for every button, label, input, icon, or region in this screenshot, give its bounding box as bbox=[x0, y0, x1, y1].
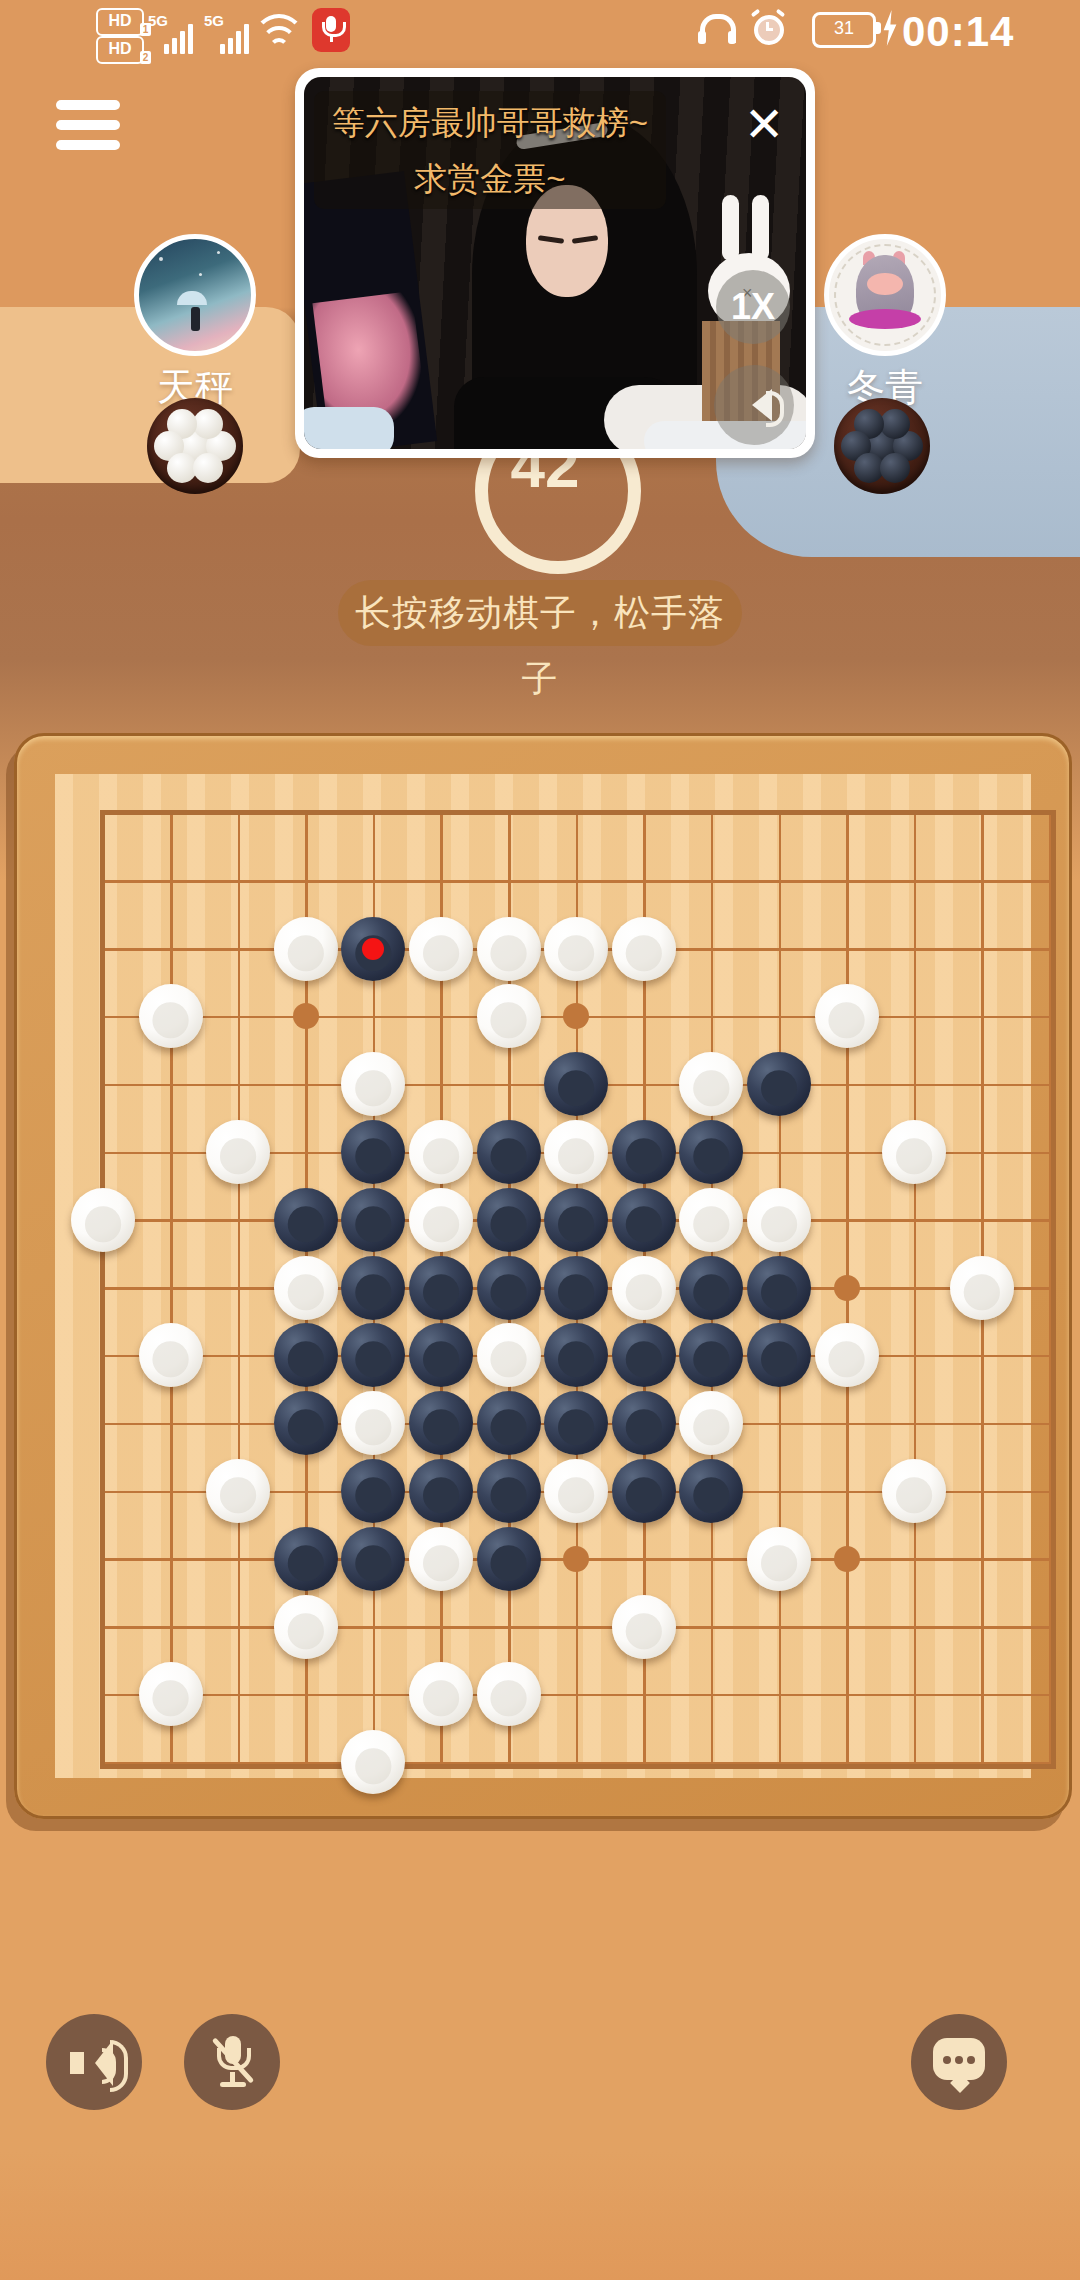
stone-white[interactable]: ● bbox=[477, 1662, 541, 1726]
black-stone-bowl bbox=[834, 398, 930, 494]
stone-white[interactable]: ● bbox=[544, 917, 608, 981]
board-grid: ●●●●●●●●●●●●●●●●●●●●●●●●●●●●●●●●●●●●●●●●… bbox=[103, 813, 1049, 1762]
white-stone-bowl bbox=[147, 398, 243, 494]
gomoku-board[interactable]: ●●●●●●●●●●●●●●●●●●●●●●●●●●●●●●●●●●●●●●●●… bbox=[14, 733, 1072, 1819]
speaker-button[interactable] bbox=[46, 2014, 142, 2110]
stone-white[interactable]: ● bbox=[206, 1120, 270, 1184]
signal-icon: 5G bbox=[204, 18, 256, 54]
stone-black[interactable]: ● bbox=[477, 1527, 541, 1591]
hint-banner: 长按移动棋子，松手落子 bbox=[338, 580, 742, 646]
rabbit-ear bbox=[752, 195, 769, 261]
last-move-marker bbox=[362, 938, 384, 960]
umbrella-shape bbox=[177, 291, 207, 305]
avatar-left[interactable] bbox=[134, 234, 256, 356]
live-stream-overlay[interactable]: × 1X 等六房最帅哥哥救榜~ 求赏金票~ ✕ bbox=[295, 68, 815, 458]
stone-white[interactable]: ● bbox=[274, 1595, 338, 1659]
stone-white[interactable]: ● bbox=[747, 1527, 811, 1591]
avatar-right[interactable] bbox=[824, 234, 946, 356]
star-point bbox=[834, 1275, 860, 1301]
stone-white[interactable]: ● bbox=[139, 1662, 203, 1726]
stone-white[interactable]: ● bbox=[409, 1527, 473, 1591]
caption-line1: 等六房最帅哥哥救榜~ bbox=[314, 101, 666, 146]
stone-black[interactable]: ● bbox=[747, 1323, 811, 1387]
rabbit-ear bbox=[722, 195, 739, 261]
stone-black[interactable]: ● bbox=[612, 1459, 676, 1523]
signal-icon: 5G bbox=[148, 18, 200, 54]
stone-white[interactable]: ● bbox=[815, 1323, 879, 1387]
star-point bbox=[293, 1003, 319, 1029]
stone-white[interactable]: ● bbox=[274, 917, 338, 981]
mic-recording-icon bbox=[312, 8, 350, 52]
stone-white[interactable]: ● bbox=[341, 1730, 405, 1794]
stone-white[interactable]: ● bbox=[882, 1120, 946, 1184]
wifi-icon bbox=[255, 14, 303, 52]
stone-white[interactable]: ● bbox=[477, 984, 541, 1048]
stone-white[interactable]: ● bbox=[544, 1459, 608, 1523]
chat-button[interactable] bbox=[911, 2014, 1007, 2110]
stone-white[interactable]: ● bbox=[139, 1323, 203, 1387]
star-point bbox=[834, 1546, 860, 1572]
stream-video-frame: × 1X 等六房最帅哥哥救榜~ 求赏金票~ ✕ bbox=[304, 77, 806, 449]
alarm-icon bbox=[752, 12, 784, 44]
stone-white[interactable]: ● bbox=[612, 917, 676, 981]
headset-icon bbox=[700, 14, 734, 44]
stone-white[interactable]: ● bbox=[815, 984, 879, 1048]
stone-white[interactable]: ● bbox=[139, 984, 203, 1048]
hd2-icon: HD2 bbox=[96, 36, 144, 64]
status-time: 00:14 bbox=[902, 8, 1014, 56]
stone-black[interactable]: ● bbox=[341, 917, 405, 981]
charging-bolt-icon bbox=[880, 10, 900, 46]
board-surface: ●●●●●●●●●●●●●●●●●●●●●●●●●●●●●●●●●●●●●●●●… bbox=[55, 774, 1031, 1778]
stone-white[interactable]: ● bbox=[409, 1662, 473, 1726]
status-bar: HD1 HD2 5G 5G 31 00:14 bbox=[0, 0, 1080, 64]
battery-icon: 31 bbox=[812, 12, 876, 48]
stone-black[interactable]: ● bbox=[679, 1459, 743, 1523]
stone-white[interactable]: ● bbox=[882, 1459, 946, 1523]
hamburger-menu-icon[interactable] bbox=[56, 100, 122, 156]
hippo-tutu bbox=[849, 309, 921, 329]
stone-white[interactable]: ● bbox=[950, 1256, 1014, 1320]
mic-muted-button[interactable] bbox=[184, 2014, 280, 2110]
stone-black[interactable]: ● bbox=[747, 1052, 811, 1116]
person-silhouette bbox=[191, 307, 200, 331]
stream-speaker-icon[interactable] bbox=[714, 365, 794, 445]
blue-cloth bbox=[304, 407, 394, 449]
stream-caption-box: 等六房最帅哥哥救榜~ 求赏金票~ bbox=[314, 91, 666, 209]
stone-white[interactable]: ● bbox=[206, 1459, 270, 1523]
stone-black[interactable]: ● bbox=[274, 1391, 338, 1455]
stone-white[interactable]: ● bbox=[71, 1188, 135, 1252]
stone-white[interactable]: ● bbox=[612, 1595, 676, 1659]
playback-speed-badge[interactable]: 1X bbox=[716, 270, 790, 344]
stone-white[interactable]: ● bbox=[409, 917, 473, 981]
caption-line2: 求赏金票~ bbox=[314, 157, 666, 202]
stone-black[interactable]: ● bbox=[341, 1527, 405, 1591]
close-icon[interactable]: ✕ bbox=[734, 95, 794, 155]
app-screen: HD1 HD2 5G 5G 31 00:14 bbox=[0, 0, 1080, 2280]
hippo-muzzle bbox=[867, 273, 903, 295]
hd1-icon: HD1 bbox=[96, 8, 144, 36]
star-point bbox=[563, 1546, 589, 1572]
